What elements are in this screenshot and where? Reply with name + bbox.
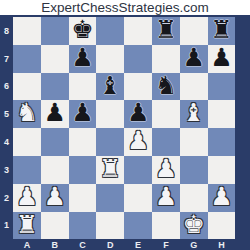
white-pawn: ♟ <box>155 184 177 211</box>
square-g8 <box>180 17 208 45</box>
square-h7: ♟ <box>208 45 236 73</box>
square-h8: ♜ <box>208 17 236 45</box>
square-f6: ♞ <box>152 73 180 101</box>
square-f8: ♜ <box>152 17 180 45</box>
black-pawn: ♟ <box>210 45 232 72</box>
black-pawn: ♟ <box>43 100 65 127</box>
square-h4 <box>208 128 236 156</box>
site-watermark-text: ExpertChessStrategies.com <box>41 0 208 15</box>
square-f5 <box>152 100 180 128</box>
square-a3 <box>13 156 41 184</box>
square-b3 <box>41 156 69 184</box>
black-knight: ♞ <box>155 73 177 100</box>
square-g3 <box>180 156 208 184</box>
square-c1 <box>69 212 97 240</box>
square-e6 <box>124 73 152 101</box>
square-e5: ♟ <box>124 100 152 128</box>
square-a8 <box>13 17 41 45</box>
file-label-g: G <box>180 240 208 250</box>
square-d3: ♜ <box>96 156 124 184</box>
square-d6: ♝ <box>96 73 124 101</box>
square-g2 <box>180 184 208 212</box>
chess-diagram: ExpertChessStrategies.com 87654321 ♚♜♜♟♟… <box>0 0 250 250</box>
rank-label-5: 5 <box>0 100 13 128</box>
rank-label-7: 7 <box>0 45 13 73</box>
square-a7 <box>13 45 41 73</box>
file-label-h: H <box>208 240 236 250</box>
white-pawn: ♟ <box>155 156 177 183</box>
black-pawn: ♟ <box>127 100 149 127</box>
rank-label-4: 4 <box>0 128 13 156</box>
rank-label-1: 1 <box>0 212 13 240</box>
square-h2: ♟ <box>208 184 236 212</box>
square-g1: ♚ <box>180 212 208 240</box>
rank-label-6: 6 <box>0 73 13 101</box>
square-c2 <box>69 184 97 212</box>
file-label-c: C <box>69 240 97 250</box>
square-b8 <box>41 17 69 45</box>
square-f4 <box>152 128 180 156</box>
white-pawn: ♟ <box>127 128 149 155</box>
white-king: ♚ <box>182 212 204 239</box>
square-h5 <box>208 100 236 128</box>
black-pawn: ♟ <box>182 45 204 72</box>
square-a4 <box>13 128 41 156</box>
square-d8 <box>96 17 124 45</box>
square-h3 <box>208 156 236 184</box>
rank-label-8: 8 <box>0 17 13 45</box>
white-pawn: ♟ <box>16 184 38 211</box>
black-rook: ♜ <box>155 17 177 44</box>
square-f3: ♟ <box>152 156 180 184</box>
square-d7 <box>96 45 124 73</box>
black-rook: ♜ <box>210 17 232 44</box>
square-g6 <box>180 73 208 101</box>
square-d1 <box>96 212 124 240</box>
square-e3 <box>124 156 152 184</box>
square-f2: ♟ <box>152 184 180 212</box>
square-h1 <box>208 212 236 240</box>
site-watermark-bar: ExpertChessStrategies.com <box>0 0 250 15</box>
square-g4 <box>180 128 208 156</box>
black-bishop: ♝ <box>99 73 121 100</box>
white-rook: ♜ <box>99 156 121 183</box>
black-pawn: ♟ <box>71 45 93 72</box>
square-f7 <box>152 45 180 73</box>
square-b4 <box>41 128 69 156</box>
square-a5: ♞ <box>13 100 41 128</box>
square-b1 <box>41 212 69 240</box>
square-d5 <box>96 100 124 128</box>
file-label-f: F <box>152 240 180 250</box>
rank-label-3: 3 <box>0 156 13 184</box>
square-c8: ♚ <box>69 17 97 45</box>
white-knight: ♞ <box>16 100 38 127</box>
square-d4 <box>96 128 124 156</box>
black-king: ♚ <box>71 17 93 44</box>
square-b2: ♟ <box>41 184 69 212</box>
square-c3 <box>69 156 97 184</box>
square-a1: ♜ <box>13 212 41 240</box>
white-pawn: ♟ <box>43 184 65 211</box>
square-b5: ♟ <box>41 100 69 128</box>
square-c7: ♟ <box>69 45 97 73</box>
file-label-a: A <box>13 240 41 250</box>
square-e2 <box>124 184 152 212</box>
square-c6 <box>69 73 97 101</box>
chess-board: ♚♜♜♟♟♟♝♞♞♟♟♟♝♟♜♟♟♟♟♟♜♚ <box>13 17 235 239</box>
file-label-b: B <box>41 240 69 250</box>
file-labels: ABCDEFGH <box>13 240 235 250</box>
square-e4: ♟ <box>124 128 152 156</box>
square-b6 <box>41 73 69 101</box>
square-e8 <box>124 17 152 45</box>
square-f1 <box>152 212 180 240</box>
square-g5: ♝ <box>180 100 208 128</box>
square-d2 <box>96 184 124 212</box>
rank-labels: 87654321 <box>0 17 13 239</box>
black-pawn: ♟ <box>71 100 93 127</box>
square-a6 <box>13 73 41 101</box>
square-c4 <box>69 128 97 156</box>
white-pawn: ♟ <box>210 184 232 211</box>
white-rook: ♜ <box>16 212 38 239</box>
file-label-d: D <box>96 240 124 250</box>
white-bishop: ♝ <box>182 100 204 127</box>
square-b7 <box>41 45 69 73</box>
square-g7: ♟ <box>180 45 208 73</box>
file-label-e: E <box>124 240 152 250</box>
rank-label-2: 2 <box>0 184 13 212</box>
square-h6 <box>208 73 236 101</box>
square-e7 <box>124 45 152 73</box>
square-a2: ♟ <box>13 184 41 212</box>
square-e1 <box>124 212 152 240</box>
board-frame: 87654321 ♚♜♜♟♟♟♝♞♞♟♟♟♝♟♜♟♟♟♟♟♜♚ ABCDEFGH <box>0 15 250 250</box>
square-c5: ♟ <box>69 100 97 128</box>
